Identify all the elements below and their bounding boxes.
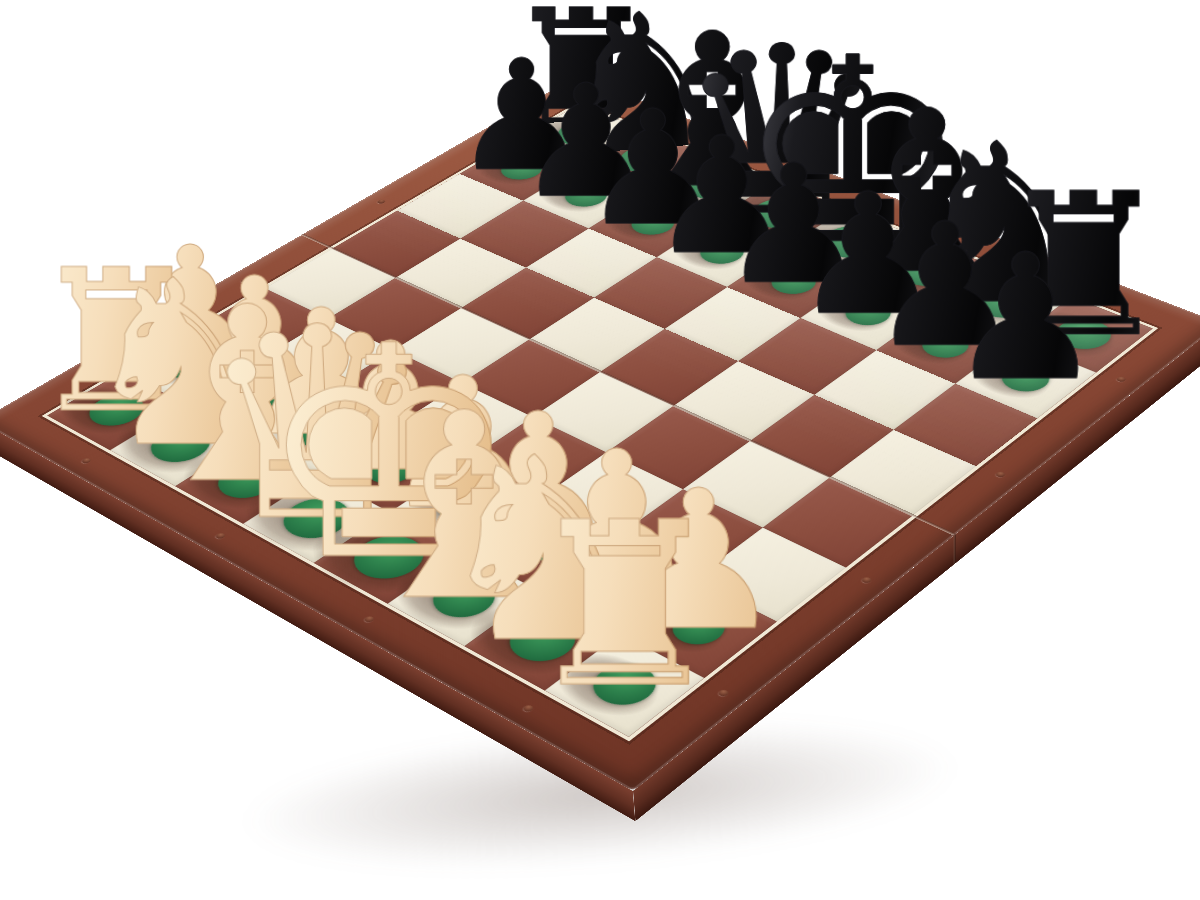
chess-set-photo: ♜♞♝♛♚♝♞♜♟♟♟♟♟♟♟♟♟♟♟♟♟♟♟♟♜♞♝♛♚♝♞♜ (0, 0, 1200, 900)
square-g8: ♞ (936, 266, 1072, 339)
screw-icon (363, 615, 376, 623)
screw-icon (1116, 376, 1128, 382)
square-h7: ♟ (955, 339, 1096, 418)
board-grid: ♜♞♝♛♚♝♞♜♟♟♟♟♟♟♟♟♟♟♟♟♟♟♟♟♜♞♝♛♚♝♞♜ (47, 104, 1152, 737)
screw-icon (860, 576, 873, 584)
screw-icon (1086, 284, 1097, 290)
screw-icon (522, 704, 535, 713)
screw-icon (501, 127, 511, 132)
screw-icon (214, 532, 226, 539)
screw-icon (80, 457, 92, 464)
screw-icon (240, 278, 251, 284)
screw-icon (717, 689, 730, 698)
screw-icon (931, 224, 942, 230)
screw-icon (96, 361, 107, 367)
square-h8: ♜ (1014, 297, 1152, 373)
screw-icon (650, 115, 660, 120)
felt-base (429, 486, 498, 527)
screw-icon (376, 199, 386, 204)
screw-icon (995, 471, 1007, 478)
screw-icon (784, 167, 794, 172)
